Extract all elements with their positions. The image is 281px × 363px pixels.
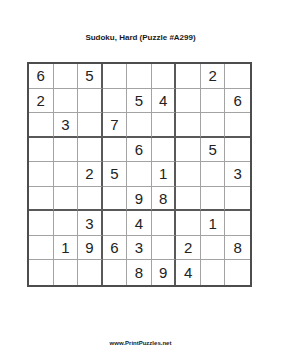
cell-r8c8[interactable]: [201, 236, 226, 261]
cell-r6c1[interactable]: [29, 187, 54, 212]
cell-r3c4[interactable]: 7: [103, 113, 128, 138]
cell-r4c3[interactable]: [78, 138, 103, 163]
cell-r8c1[interactable]: [29, 236, 54, 261]
cell-r9c7[interactable]: 4: [176, 260, 201, 285]
cell-r2c9[interactable]: 6: [225, 89, 250, 114]
cell-r7c2[interactable]: [54, 211, 79, 236]
cell-r6c4[interactable]: [103, 187, 128, 212]
cell-r1c3[interactable]: 5: [78, 64, 103, 89]
cell-r6c7[interactable]: [176, 187, 201, 212]
cell-r2c4[interactable]: [103, 89, 128, 114]
cell-r4c1[interactable]: [29, 138, 54, 163]
cell-r3c8[interactable]: [201, 113, 226, 138]
cell-r6c2[interactable]: [54, 187, 79, 212]
footer-url: www.PrintPuzzles.net: [0, 339, 281, 347]
cell-r6c3[interactable]: [78, 187, 103, 212]
cell-r5c3[interactable]: 2: [78, 162, 103, 187]
cell-r5c8[interactable]: [201, 162, 226, 187]
cell-r4c5[interactable]: 6: [127, 138, 152, 163]
cell-r1c6[interactable]: [152, 64, 177, 89]
cell-r1c2[interactable]: [54, 64, 79, 89]
cell-r2c5[interactable]: 5: [127, 89, 152, 114]
cell-r7c5[interactable]: 4: [127, 211, 152, 236]
cell-r9c3[interactable]: [78, 260, 103, 285]
cell-r1c4[interactable]: [103, 64, 128, 89]
cell-r7c7[interactable]: [176, 211, 201, 236]
cell-r5c6[interactable]: 1: [152, 162, 177, 187]
cell-r5c7[interactable]: [176, 162, 201, 187]
cell-r7c1[interactable]: [29, 211, 54, 236]
cell-r2c1[interactable]: 2: [29, 89, 54, 114]
cell-r2c7[interactable]: [176, 89, 201, 114]
cell-r4c6[interactable]: [152, 138, 177, 163]
cell-r7c4[interactable]: [103, 211, 128, 236]
cell-r6c5[interactable]: 9: [127, 187, 152, 212]
cell-r8c6[interactable]: [152, 236, 177, 261]
cell-r5c4[interactable]: 5: [103, 162, 128, 187]
cell-r5c2[interactable]: [54, 162, 79, 187]
cell-r9c8[interactable]: [201, 260, 226, 285]
cell-r6c8[interactable]: [201, 187, 226, 212]
cell-r5c9[interactable]: 3: [225, 162, 250, 187]
cell-r8c4[interactable]: 6: [103, 236, 128, 261]
cell-r4c9[interactable]: [225, 138, 250, 163]
cell-r9c5[interactable]: 8: [127, 260, 152, 285]
printable-page: { "game": "sudoku", "difficulty": "Hard"…: [0, 0, 281, 363]
cell-r8c3[interactable]: 9: [78, 236, 103, 261]
cell-r8c5[interactable]: 3: [127, 236, 152, 261]
cell-r1c9[interactable]: [225, 64, 250, 89]
cell-r3c1[interactable]: [29, 113, 54, 138]
sudoku-grid: 65225463765251398341196328894: [27, 62, 252, 287]
cell-r3c6[interactable]: [152, 113, 177, 138]
cell-r2c3[interactable]: [78, 89, 103, 114]
cell-r4c4[interactable]: [103, 138, 128, 163]
cell-r7c3[interactable]: 3: [78, 211, 103, 236]
cell-r1c8[interactable]: 2: [201, 64, 226, 89]
cell-r9c1[interactable]: [29, 260, 54, 285]
cell-r4c8[interactable]: 5: [201, 138, 226, 163]
cell-r9c4[interactable]: [103, 260, 128, 285]
cell-r2c6[interactable]: 4: [152, 89, 177, 114]
cell-r4c7[interactable]: [176, 138, 201, 163]
cell-r8c9[interactable]: 8: [225, 236, 250, 261]
puzzle-title: Sudoku, Hard (Puzzle #A299): [0, 33, 281, 43]
cell-r3c9[interactable]: [225, 113, 250, 138]
cell-r9c2[interactable]: [54, 260, 79, 285]
cell-r3c5[interactable]: [127, 113, 152, 138]
cell-r7c8[interactable]: 1: [201, 211, 226, 236]
cell-r1c1[interactable]: 6: [29, 64, 54, 89]
cell-r8c7[interactable]: 2: [176, 236, 201, 261]
cell-r3c3[interactable]: [78, 113, 103, 138]
cell-r9c6[interactable]: 9: [152, 260, 177, 285]
cell-r8c2[interactable]: 1: [54, 236, 79, 261]
cell-r5c1[interactable]: [29, 162, 54, 187]
cell-r7c9[interactable]: [225, 211, 250, 236]
cell-r1c5[interactable]: [127, 64, 152, 89]
cell-r2c8[interactable]: [201, 89, 226, 114]
cell-r9c9[interactable]: [225, 260, 250, 285]
cell-r1c7[interactable]: [176, 64, 201, 89]
cell-r2c2[interactable]: [54, 89, 79, 114]
cell-r3c7[interactable]: [176, 113, 201, 138]
cell-r3c2[interactable]: 3: [54, 113, 79, 138]
cell-r5c5[interactable]: [127, 162, 152, 187]
cell-r4c2[interactable]: [54, 138, 79, 163]
cell-r6c9[interactable]: [225, 187, 250, 212]
cell-r7c6[interactable]: [152, 211, 177, 236]
cell-r6c6[interactable]: 8: [152, 187, 177, 212]
